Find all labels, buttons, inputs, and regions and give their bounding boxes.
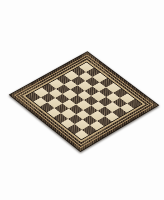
board-shadow <box>0 0 164 200</box>
board-frame-dark-band-2 <box>16 55 153 147</box>
board-frame-inlay-2 <box>18 57 149 145</box>
board-frame-inner-band <box>22 60 145 142</box>
board-frame-dark-band-3 <box>20 58 149 144</box>
board-playing-field <box>27 62 142 139</box>
board-frame-outer-band <box>10 52 158 151</box>
board-frame-inlay-1 <box>14 55 154 148</box>
chess-board <box>9 51 160 152</box>
board-field-outline <box>25 62 143 141</box>
product-image <box>0 0 164 200</box>
